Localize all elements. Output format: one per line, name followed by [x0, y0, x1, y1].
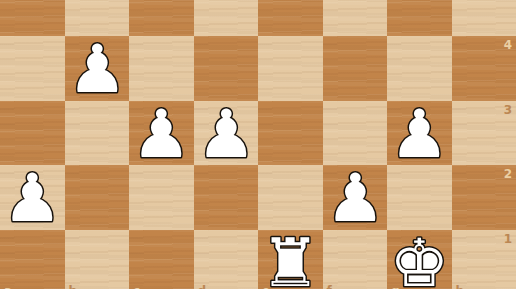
svg-text:♟: ♟	[131, 95, 191, 173]
board-grid: ♟4♟♟♟3♟♟2abcde♜fg♚1h	[0, 0, 516, 289]
square-b3[interactable]	[65, 101, 130, 166]
square-f5[interactable]	[323, 0, 388, 36]
piece-white-rook-e1[interactable]: ♜	[258, 230, 323, 289]
file-label-c: c	[133, 285, 140, 289]
square-f2[interactable]: ♟	[323, 165, 388, 230]
piece-white-pawn-c3[interactable]: ♟	[129, 101, 194, 166]
square-e5[interactable]	[258, 0, 323, 36]
square-c4[interactable]	[129, 36, 194, 101]
square-d1[interactable]: d	[194, 230, 259, 289]
svg-text:♟: ♟	[389, 95, 449, 173]
file-label-f: f	[327, 285, 332, 289]
square-c3[interactable]: ♟	[129, 101, 194, 166]
rank-label-2: 2	[504, 168, 512, 180]
square-g1[interactable]: g♚	[387, 230, 452, 289]
square-a2[interactable]: ♟	[0, 165, 65, 230]
rank-label-3: 3	[504, 104, 512, 116]
square-a5[interactable]	[0, 0, 65, 36]
square-h2[interactable]: 2	[452, 165, 516, 230]
square-h5[interactable]	[452, 0, 516, 36]
piece-white-pawn-a2[interactable]: ♟	[0, 165, 65, 230]
square-g5[interactable]	[387, 0, 452, 36]
piece-white-pawn-f2[interactable]: ♟	[323, 165, 388, 230]
square-h4[interactable]: 4	[452, 36, 516, 101]
file-label-g: g	[391, 285, 400, 289]
square-e1[interactable]: e♜	[258, 230, 323, 289]
rank-label-1: 1	[504, 233, 512, 245]
square-c1[interactable]: c	[129, 230, 194, 289]
square-d4[interactable]	[194, 36, 259, 101]
square-b1[interactable]: b	[65, 230, 130, 289]
square-d3[interactable]: ♟	[194, 101, 259, 166]
square-b4[interactable]: ♟	[65, 36, 130, 101]
square-g3[interactable]: ♟	[387, 101, 452, 166]
square-f4[interactable]	[323, 36, 388, 101]
file-label-a: a	[4, 285, 12, 289]
piece-white-pawn-b4[interactable]: ♟	[65, 36, 130, 101]
rank-label-4: 4	[504, 39, 512, 51]
square-b2[interactable]	[65, 165, 130, 230]
svg-text:♟: ♟	[196, 95, 256, 173]
square-a1[interactable]: a	[0, 230, 65, 289]
file-label-b: b	[69, 285, 78, 289]
square-c5[interactable]	[129, 0, 194, 36]
piece-white-pawn-d3[interactable]: ♟	[194, 101, 259, 166]
svg-text:♚: ♚	[389, 224, 449, 289]
square-a3[interactable]	[0, 101, 65, 166]
square-e3[interactable]	[258, 101, 323, 166]
square-c2[interactable]	[129, 165, 194, 230]
file-label-e: e	[262, 285, 270, 289]
square-g4[interactable]	[387, 36, 452, 101]
square-f3[interactable]	[323, 101, 388, 166]
square-e2[interactable]	[258, 165, 323, 230]
square-d5[interactable]	[194, 0, 259, 36]
square-d2[interactable]	[194, 165, 259, 230]
chessboard: ♟4♟♟♟3♟♟2abcde♜fg♚1h	[0, 0, 516, 289]
piece-white-pawn-g3[interactable]: ♟	[387, 101, 452, 166]
file-label-d: d	[198, 285, 207, 289]
svg-text:♟: ♟	[2, 159, 62, 237]
file-label-h: h	[456, 285, 465, 289]
square-e4[interactable]	[258, 36, 323, 101]
square-a4[interactable]	[0, 36, 65, 101]
square-f1[interactable]: f	[323, 230, 388, 289]
svg-text:♟: ♟	[325, 159, 385, 237]
svg-text:♜: ♜	[260, 224, 320, 289]
piece-white-king-g1[interactable]: ♚	[387, 230, 452, 289]
square-g2[interactable]	[387, 165, 452, 230]
svg-text:♟: ♟	[67, 30, 127, 108]
square-h3[interactable]: 3	[452, 101, 516, 166]
square-h1[interactable]: 1h	[452, 230, 516, 289]
